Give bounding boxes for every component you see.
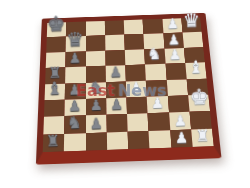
piece-white-pawn-b2[interactable]: ♟ — [161, 32, 187, 46]
square-h4[interactable] — [128, 131, 150, 150]
watermark: EastNews — [76, 83, 166, 99]
piece-white-queen-a1[interactable]: ♛ — [179, 11, 204, 31]
square-g4[interactable] — [127, 113, 149, 131]
square-a6[interactable] — [86, 21, 105, 36]
square-h5[interactable] — [107, 131, 129, 150]
piece-silver-queen-b7[interactable]: ♛ — [62, 29, 88, 49]
square-a5[interactable] — [105, 20, 125, 35]
watermark-news: News — [118, 81, 167, 100]
square-b5[interactable] — [105, 35, 125, 51]
watermark-east: East — [76, 81, 115, 100]
piece-white-bishop-d1[interactable]: ♝ — [183, 59, 209, 77]
piece-silver-rook-h8[interactable]: ♜ — [39, 133, 67, 150]
square-d3[interactable] — [145, 64, 166, 81]
square-h6[interactable] — [86, 132, 107, 151]
piece-silver-pawn-d5[interactable]: ♟ — [102, 64, 128, 79]
piece-white-king-f1[interactable]: ♚ — [185, 87, 212, 109]
square-a4[interactable] — [124, 20, 144, 35]
square-b6[interactable] — [86, 36, 106, 52]
square-h7[interactable] — [64, 133, 85, 152]
chess-photo-canvas: ♚♛♟♜♟♝♟♞♟♟♟♞♟♜♟♛♟♞♟♝♟♟♚♟♟♜ EastNews — [0, 0, 250, 188]
piece-white-pawn-g2[interactable]: ♟ — [166, 112, 194, 127]
piece-silver-pawn-c7[interactable]: ♟ — [62, 50, 88, 65]
piece-silver-pawn-g6[interactable]: ♟ — [82, 115, 110, 130]
piece-white-rook-h1[interactable]: ♜ — [189, 127, 217, 144]
